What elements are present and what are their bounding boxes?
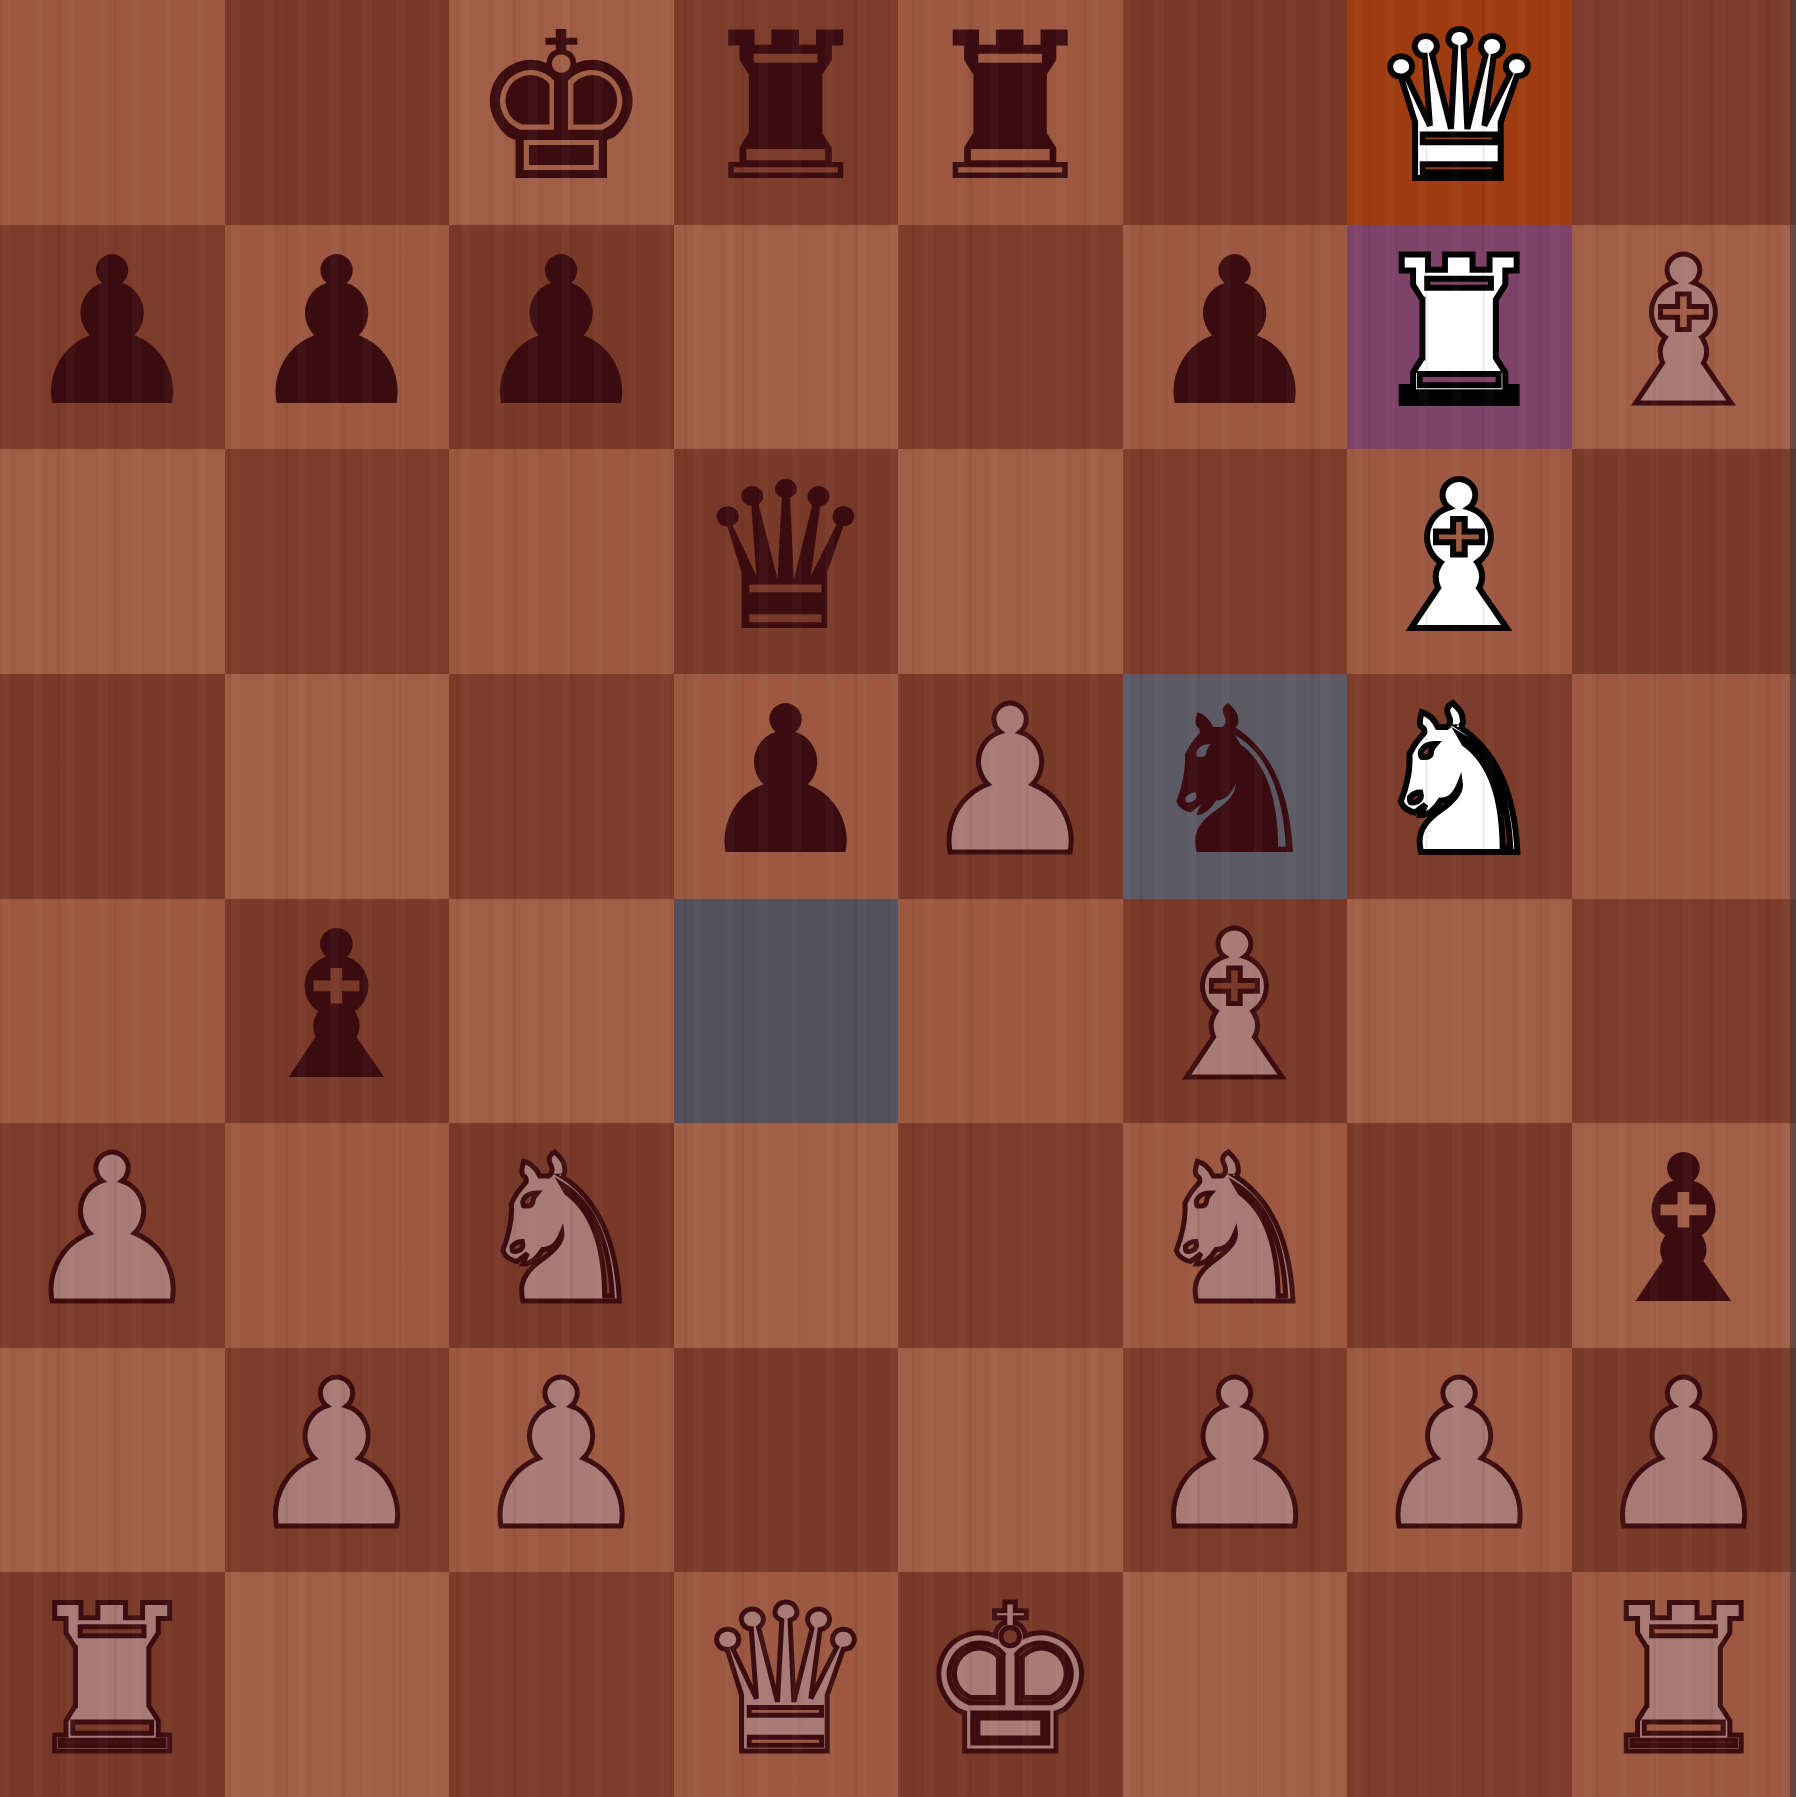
square-a6[interactable] bbox=[0, 449, 225, 674]
square-f6[interactable] bbox=[1123, 449, 1348, 674]
square-e7[interactable] bbox=[898, 225, 1123, 450]
square-c8[interactable]: ♚ bbox=[449, 0, 674, 225]
square-a3[interactable]: ♟ bbox=[0, 1123, 225, 1348]
piece-white-queen[interactable]: ♛ bbox=[694, 1579, 877, 1783]
piece-black-knight[interactable]: ♞ bbox=[1143, 680, 1326, 884]
square-b4[interactable]: ♝ bbox=[225, 899, 450, 1124]
square-a8[interactable] bbox=[0, 0, 225, 225]
square-c3[interactable]: ♞ bbox=[449, 1123, 674, 1348]
square-h4[interactable] bbox=[1572, 899, 1796, 1124]
piece-white-king[interactable]: ♚ bbox=[919, 1579, 1102, 1783]
square-a2[interactable] bbox=[0, 1348, 225, 1573]
square-g1[interactable] bbox=[1347, 1572, 1572, 1797]
square-g3[interactable] bbox=[1347, 1123, 1572, 1348]
square-c1[interactable] bbox=[449, 1572, 674, 1797]
square-e1[interactable]: ♚ bbox=[898, 1572, 1123, 1797]
square-e2[interactable] bbox=[898, 1348, 1123, 1573]
piece-black-rook[interactable]: ♜ bbox=[694, 6, 877, 210]
square-g5[interactable]: ♞ bbox=[1347, 674, 1572, 899]
piece-black-pawn[interactable]: ♟ bbox=[21, 231, 204, 435]
piece-black-pawn[interactable]: ♟ bbox=[245, 231, 428, 435]
piece-white-knight[interactable]: ♞ bbox=[470, 1129, 653, 1333]
piece-black-pawn[interactable]: ♟ bbox=[470, 231, 653, 435]
square-c7[interactable]: ♟ bbox=[449, 225, 674, 450]
square-g8-highlighted[interactable]: ♛ bbox=[1347, 0, 1572, 225]
square-f5-highlighted[interactable]: ♞ bbox=[1123, 674, 1348, 899]
square-h7[interactable]: ♝ bbox=[1572, 225, 1796, 450]
piece-black-bishop[interactable]: ♝ bbox=[1592, 1129, 1775, 1333]
piece-white-knight[interactable]: ♞ bbox=[1143, 1129, 1326, 1333]
piece-white-pawn[interactable]: ♟ bbox=[1143, 1354, 1326, 1558]
square-h5[interactable] bbox=[1572, 674, 1796, 899]
square-g4[interactable] bbox=[1347, 899, 1572, 1124]
square-e8[interactable]: ♜ bbox=[898, 0, 1123, 225]
piece-black-queen[interactable]: ♛ bbox=[694, 456, 877, 660]
piece-black-rook[interactable]: ♜ bbox=[919, 6, 1102, 210]
square-b8[interactable] bbox=[225, 0, 450, 225]
square-d1[interactable]: ♛ bbox=[674, 1572, 899, 1797]
square-h8[interactable] bbox=[1572, 0, 1796, 225]
piece-white-pawn[interactable]: ♟ bbox=[470, 1354, 653, 1558]
square-a7[interactable]: ♟ bbox=[0, 225, 225, 450]
piece-black-king[interactable]: ♚ bbox=[470, 6, 653, 210]
square-b1[interactable] bbox=[225, 1572, 450, 1797]
square-g2[interactable]: ♟ bbox=[1347, 1348, 1572, 1573]
square-b6[interactable] bbox=[225, 449, 450, 674]
square-f7[interactable]: ♟ bbox=[1123, 225, 1348, 450]
square-b7[interactable]: ♟ bbox=[225, 225, 450, 450]
piece-black-pawn[interactable]: ♟ bbox=[694, 680, 877, 884]
piece-white-rook[interactable]: ♜ bbox=[1368, 231, 1551, 435]
square-c6[interactable] bbox=[449, 449, 674, 674]
square-e5[interactable]: ♟ bbox=[898, 674, 1123, 899]
square-a5[interactable] bbox=[0, 674, 225, 899]
square-b3[interactable] bbox=[225, 1123, 450, 1348]
square-h6[interactable] bbox=[1572, 449, 1796, 674]
square-e4[interactable] bbox=[898, 899, 1123, 1124]
square-c5[interactable] bbox=[449, 674, 674, 899]
square-d8[interactable]: ♜ bbox=[674, 0, 899, 225]
chessboard: ♚♜♜♛♟♟♟♟♜♝♛♝♟♟♞♞♝♝♟♞♞♝♟♟♟♟♟♜♛♚♜ bbox=[0, 0, 1796, 1797]
piece-white-pawn[interactable]: ♟ bbox=[919, 680, 1102, 884]
square-e3[interactable] bbox=[898, 1123, 1123, 1348]
square-g7-highlighted[interactable]: ♜ bbox=[1347, 225, 1572, 450]
square-d5[interactable]: ♟ bbox=[674, 674, 899, 899]
square-f2[interactable]: ♟ bbox=[1123, 1348, 1348, 1573]
square-c2[interactable]: ♟ bbox=[449, 1348, 674, 1573]
square-h3[interactable]: ♝ bbox=[1572, 1123, 1796, 1348]
square-h2[interactable]: ♟ bbox=[1572, 1348, 1796, 1573]
square-c4[interactable] bbox=[449, 899, 674, 1124]
chess-app-screen: ♚♜♜♛♟♟♟♟♜♝♛♝♟♟♞♞♝♝♟♞♞♝♟♟♟♟♟♜♛♚♜ bbox=[0, 0, 1796, 1797]
square-d3[interactable] bbox=[674, 1123, 899, 1348]
square-g6[interactable]: ♝ bbox=[1347, 449, 1572, 674]
piece-white-bishop[interactable]: ♝ bbox=[1143, 905, 1326, 1109]
square-f4[interactable]: ♝ bbox=[1123, 899, 1348, 1124]
piece-white-bishop[interactable]: ♝ bbox=[1368, 456, 1551, 660]
piece-white-rook[interactable]: ♜ bbox=[21, 1579, 204, 1783]
square-b5[interactable] bbox=[225, 674, 450, 899]
square-f1[interactable] bbox=[1123, 1572, 1348, 1797]
square-b2[interactable]: ♟ bbox=[225, 1348, 450, 1573]
square-f3[interactable]: ♞ bbox=[1123, 1123, 1348, 1348]
square-d2[interactable] bbox=[674, 1348, 899, 1573]
piece-white-pawn[interactable]: ♟ bbox=[1592, 1354, 1775, 1558]
square-f8[interactable] bbox=[1123, 0, 1348, 225]
square-a1[interactable]: ♜ bbox=[0, 1572, 225, 1797]
piece-white-pawn[interactable]: ♟ bbox=[245, 1354, 428, 1558]
square-d7[interactable] bbox=[674, 225, 899, 450]
piece-white-queen[interactable]: ♛ bbox=[1368, 6, 1551, 210]
piece-white-pawn[interactable]: ♟ bbox=[21, 1129, 204, 1333]
square-d4-highlighted[interactable] bbox=[674, 899, 899, 1124]
piece-black-bishop[interactable]: ♝ bbox=[245, 905, 428, 1109]
piece-black-pawn[interactable]: ♟ bbox=[1143, 231, 1326, 435]
square-h1[interactable]: ♜ bbox=[1572, 1572, 1796, 1797]
piece-white-knight[interactable]: ♞ bbox=[1368, 680, 1551, 884]
piece-white-rook[interactable]: ♜ bbox=[1592, 1579, 1775, 1783]
square-a4[interactable] bbox=[0, 899, 225, 1124]
piece-white-pawn[interactable]: ♟ bbox=[1368, 1354, 1551, 1558]
square-e6[interactable] bbox=[898, 449, 1123, 674]
piece-white-bishop[interactable]: ♝ bbox=[1592, 231, 1775, 435]
square-d6[interactable]: ♛ bbox=[674, 449, 899, 674]
